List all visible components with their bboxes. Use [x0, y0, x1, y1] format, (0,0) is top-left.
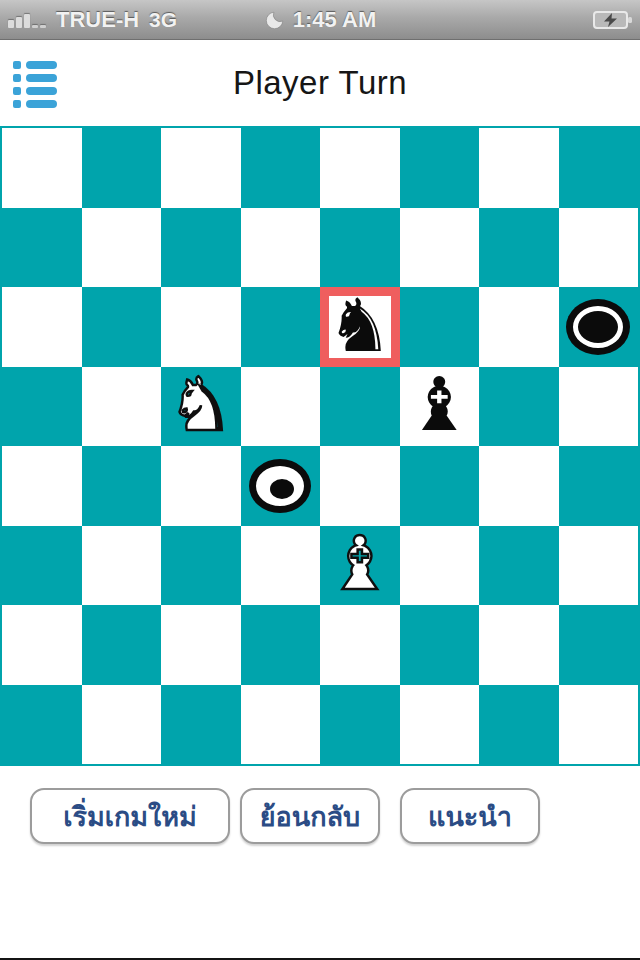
square-d5[interactable]	[241, 367, 321, 447]
square-c4[interactable]	[161, 446, 241, 526]
square-e6[interactable]: ♞	[320, 287, 400, 367]
square-e2[interactable]	[320, 605, 400, 685]
black-khon-bishop[interactable]: ♝	[406, 367, 472, 441]
square-g4[interactable]	[479, 446, 559, 526]
square-e4[interactable]	[320, 446, 400, 526]
square-g5[interactable]	[479, 367, 559, 447]
square-g1[interactable]	[479, 685, 559, 765]
network-type-label: 3G	[149, 8, 177, 32]
square-c6[interactable]	[161, 287, 241, 367]
square-d2[interactable]	[241, 605, 321, 685]
square-d6[interactable]	[241, 287, 321, 367]
square-e7[interactable]	[320, 208, 400, 288]
square-b1[interactable]	[82, 685, 162, 765]
square-f3[interactable]	[400, 526, 480, 606]
square-c7[interactable]	[161, 208, 241, 288]
square-a5[interactable]	[2, 367, 82, 447]
black-bia-pawn[interactable]	[566, 299, 630, 355]
menu-icon[interactable]	[13, 61, 57, 108]
square-a6[interactable]	[2, 287, 82, 367]
square-d3[interactable]	[241, 526, 321, 606]
white-khon-bishop[interactable]: ♝	[327, 526, 393, 600]
square-g7[interactable]	[479, 208, 559, 288]
square-c2[interactable]	[161, 605, 241, 685]
square-h8[interactable]	[559, 128, 639, 208]
square-e8[interactable]	[320, 128, 400, 208]
square-d8[interactable]	[241, 128, 321, 208]
square-c5[interactable]: ♞	[161, 367, 241, 447]
square-a3[interactable]	[2, 526, 82, 606]
game-board[interactable]: ♞♞♝♝	[0, 126, 640, 766]
square-h3[interactable]	[559, 526, 639, 606]
new-game-button[interactable]: เริ่มเกมใหม่	[30, 788, 230, 844]
clock-label: 1:45 AM	[293, 7, 377, 33]
square-e1[interactable]	[320, 685, 400, 765]
square-e5[interactable]	[320, 367, 400, 447]
square-g3[interactable]	[479, 526, 559, 606]
moon-icon	[264, 9, 286, 31]
square-a4[interactable]	[2, 446, 82, 526]
square-b4[interactable]	[82, 446, 162, 526]
square-c8[interactable]	[161, 128, 241, 208]
hint-button[interactable]: แนะนำ	[400, 788, 540, 844]
square-f7[interactable]	[400, 208, 480, 288]
signal-strength-icon	[8, 12, 46, 28]
square-f4[interactable]	[400, 446, 480, 526]
battery-charging-icon	[592, 9, 634, 31]
square-g6[interactable]	[479, 287, 559, 367]
square-a2[interactable]	[2, 605, 82, 685]
square-f1[interactable]	[400, 685, 480, 765]
white-knight[interactable]: ♞	[168, 367, 234, 441]
status-bar: TRUE-H 3G 1:45 AM	[0, 0, 640, 40]
square-f8[interactable]	[400, 128, 480, 208]
square-d1[interactable]	[241, 685, 321, 765]
white-bia-pawn[interactable]	[249, 459, 311, 513]
square-a8[interactable]	[2, 128, 82, 208]
square-h4[interactable]	[559, 446, 639, 526]
square-g2[interactable]	[479, 605, 559, 685]
page-title: Player Turn	[233, 64, 407, 102]
action-button-row: เริ่มเกมใหม่ ย้อนกลับ แนะนำ	[30, 788, 640, 844]
square-h1[interactable]	[559, 685, 639, 765]
square-h5[interactable]	[559, 367, 639, 447]
square-e3[interactable]: ♝	[320, 526, 400, 606]
square-g8[interactable]	[479, 128, 559, 208]
square-a1[interactable]	[2, 685, 82, 765]
square-d7[interactable]	[241, 208, 321, 288]
square-b6[interactable]	[82, 287, 162, 367]
square-d4[interactable]	[241, 446, 321, 526]
square-f5[interactable]: ♝	[400, 367, 480, 447]
square-f2[interactable]	[400, 605, 480, 685]
app-header: Player Turn	[0, 40, 640, 126]
square-f6[interactable]	[400, 287, 480, 367]
square-h2[interactable]	[559, 605, 639, 685]
square-h6[interactable]	[559, 287, 639, 367]
black-knight[interactable]: ♞	[327, 288, 393, 362]
square-b3[interactable]	[82, 526, 162, 606]
square-a7[interactable]	[2, 208, 82, 288]
square-b2[interactable]	[82, 605, 162, 685]
undo-button[interactable]: ย้อนกลับ	[240, 788, 380, 844]
square-b5[interactable]	[82, 367, 162, 447]
square-b8[interactable]	[82, 128, 162, 208]
square-b7[interactable]	[82, 208, 162, 288]
carrier-label: TRUE-H	[56, 7, 139, 33]
square-c3[interactable]	[161, 526, 241, 606]
square-c1[interactable]	[161, 685, 241, 765]
square-h7[interactable]	[559, 208, 639, 288]
